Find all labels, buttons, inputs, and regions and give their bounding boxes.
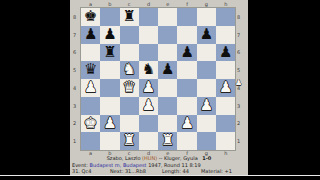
white-pawn: ♟ (139, 97, 158, 115)
board-square-g2[interactable] (197, 115, 216, 133)
black-knight: ♞ (139, 61, 158, 79)
board-square-a3[interactable] (81, 97, 100, 115)
game-title: Szabo, Laszlo (HUN) -- Kluger, Gyula 1-0 (70, 155, 248, 161)
board-square-e5[interactable]: ♟ (158, 61, 177, 79)
board-square-h7[interactable] (216, 26, 235, 44)
white-pawn: ♟ (81, 79, 100, 97)
black-pawn: ♟ (158, 61, 177, 79)
game-length: Length: 44 (162, 168, 189, 174)
board-square-e7[interactable] (158, 26, 177, 44)
board-square-h3[interactable] (216, 97, 235, 115)
board-square-g7[interactable]: ♟ (197, 26, 216, 44)
rank-label-8: 8 (73, 8, 76, 26)
rank-labels-left: 87654321 (73, 8, 76, 150)
board-square-f1[interactable] (177, 132, 196, 150)
white-queen: ♛ (120, 79, 139, 97)
board-square-h6[interactable]: ♟ (216, 44, 235, 62)
board-square-b6[interactable]: ♜ (100, 44, 119, 62)
board-square-f6[interactable]: ♟ (177, 44, 196, 62)
board-square-f4[interactable] (177, 79, 196, 97)
rank-label-3: 3 (73, 97, 76, 115)
board-square-a7[interactable]: ♟ (81, 26, 100, 44)
board-square-a4[interactable]: ♟ (81, 79, 100, 97)
white-pawn: ♟ (197, 97, 216, 115)
board-square-h1[interactable] (216, 132, 235, 150)
file-label-e: e (158, 1, 177, 7)
board-square-d5[interactable]: ♞ (139, 61, 158, 79)
black-king: ♚ (81, 8, 100, 26)
black-rook: ♜ (120, 8, 139, 26)
file-label-b: b (100, 1, 119, 7)
board-square-h5[interactable] (216, 61, 235, 79)
black-pawn: ♟ (216, 44, 235, 62)
rank-label-3: 3 (237, 97, 240, 115)
rank-label-5: 5 (73, 61, 76, 79)
rank-label-1: 1 (237, 132, 240, 150)
rank-label-8: 8 (237, 8, 240, 26)
chess-board: ♚♜♟♟♟♜♟♟♛♞♞♟♟♛♟♟♟♟♚♟♟♜♜ (81, 8, 235, 150)
file-label-d: d (139, 1, 158, 7)
board-square-c8[interactable]: ♜ (120, 8, 139, 26)
black-rook: ♜ (100, 44, 119, 62)
board-square-d3[interactable]: ♟ (139, 97, 158, 115)
board-square-a6[interactable] (81, 44, 100, 62)
board-square-g4[interactable] (197, 79, 216, 97)
board-square-b4[interactable] (100, 79, 119, 97)
rank-label-6: 6 (237, 44, 240, 62)
board-square-h8[interactable] (216, 8, 235, 26)
black-queen: ♛ (81, 61, 100, 79)
board-square-a2[interactable]: ♚ (81, 115, 100, 133)
white-pawn: ♟ (216, 79, 235, 97)
white-player-fed: (HUN) (142, 155, 157, 161)
players-separator: -- (159, 155, 163, 161)
board-square-f8[interactable] (177, 8, 196, 26)
rank-label-6: 6 (73, 44, 76, 62)
board-square-b1[interactable] (100, 132, 119, 150)
board-square-e8[interactable] (158, 8, 177, 26)
white-player-name: Szabo, Laszlo (107, 155, 141, 161)
file-label-f: f (177, 1, 196, 7)
board-square-d7[interactable] (139, 26, 158, 44)
board-square-d4[interactable]: ♟ (139, 79, 158, 97)
board-square-f2[interactable]: ♟ (177, 115, 196, 133)
board-square-g6[interactable] (197, 44, 216, 62)
board-square-g3[interactable]: ♟ (197, 97, 216, 115)
move-status-line: 31. Qc4 Next: 31...Rb8 Length: 44 Materi… (70, 168, 248, 174)
board-square-h4[interactable]: ♟ (216, 79, 235, 97)
rank-label-5: 5 (237, 61, 240, 79)
screenshot: abcdefgh 87654321 ♚♜♟♟♟♜♟♟♛♞♞♟♟♛♟♟♟♟♚♟♟♜… (0, 0, 320, 180)
rank-label-2: 2 (237, 115, 240, 133)
board-square-g8[interactable] (197, 8, 216, 26)
board-square-a8[interactable]: ♚ (81, 8, 100, 26)
black-player-name: Kluger, Gyula (164, 155, 198, 161)
board-square-e6[interactable] (158, 44, 177, 62)
board-square-b5[interactable] (100, 61, 119, 79)
board-square-g5[interactable] (197, 61, 216, 79)
white-knight: ♞ (120, 61, 139, 79)
board-square-a5[interactable]: ♛ (81, 61, 100, 79)
file-labels-top: abcdefgh (81, 1, 235, 7)
board-square-d2[interactable] (139, 115, 158, 133)
file-label-a: a (81, 1, 100, 7)
game-result: 1-0 (202, 155, 211, 161)
board-square-b2[interactable]: ♟ (100, 115, 119, 133)
board-square-d8[interactable] (139, 8, 158, 26)
board-square-c4[interactable]: ♛ (120, 79, 139, 97)
board-square-c1[interactable]: ♜ (120, 132, 139, 150)
black-pawn: ♟ (177, 44, 196, 62)
board-square-e2[interactable] (158, 115, 177, 133)
board-square-h2[interactable] (216, 115, 235, 133)
white-king: ♚ (81, 115, 100, 133)
black-pawn: ♟ (197, 26, 216, 44)
rank-label-7: 7 (237, 26, 240, 44)
board-square-c2[interactable] (120, 115, 139, 133)
rank-label-4: 4 (73, 79, 76, 97)
board-square-b8[interactable] (100, 8, 119, 26)
bottom-divider-line (0, 175, 320, 176)
last-move: 31. Qc4 (72, 168, 91, 174)
white-rook: ♜ (158, 132, 177, 150)
board-square-e4[interactable] (158, 79, 177, 97)
next-move: Next: 31...Rb8 (110, 168, 146, 174)
white-pawn: ♟ (100, 115, 119, 133)
board-square-f3[interactable] (177, 97, 196, 115)
file-label-c: c (120, 1, 139, 7)
rank-label-1: 1 (73, 132, 76, 150)
board-square-c5[interactable]: ♞ (120, 61, 139, 79)
board-square-f5[interactable] (177, 61, 196, 79)
board-square-e3[interactable] (158, 97, 177, 115)
board-square-b7[interactable]: ♟ (100, 26, 119, 44)
board-square-e1[interactable]: ♜ (158, 132, 177, 150)
board-square-c6[interactable] (120, 44, 139, 62)
board-square-d1[interactable] (139, 132, 158, 150)
board-square-f7[interactable] (177, 26, 196, 44)
white-pawn: ♟ (177, 115, 196, 133)
board-square-d6[interactable] (139, 44, 158, 62)
chess-panel: abcdefgh 87654321 ♚♜♟♟♟♜♟♟♛♞♞♟♟♛♟♟♟♟♚♟♟♜… (70, 0, 248, 176)
file-label-h: h (216, 1, 235, 7)
material-balance: Material: +1 (201, 168, 232, 174)
white-rook: ♜ (120, 132, 139, 150)
rank-label-2: 2 (73, 115, 76, 133)
black-pawn: ♟ (81, 26, 100, 44)
board-square-b3[interactable] (100, 97, 119, 115)
board-square-c3[interactable] (120, 97, 139, 115)
board-square-g1[interactable] (197, 132, 216, 150)
file-label-g: g (197, 1, 216, 7)
rank-label-7: 7 (73, 26, 76, 44)
board-square-c7[interactable] (120, 26, 139, 44)
white-pawn: ♟ (139, 79, 158, 97)
board-square-a1[interactable] (81, 132, 100, 150)
black-pawn: ♟ (100, 26, 119, 44)
white-pawn-icon: ♟ (235, 78, 242, 87)
